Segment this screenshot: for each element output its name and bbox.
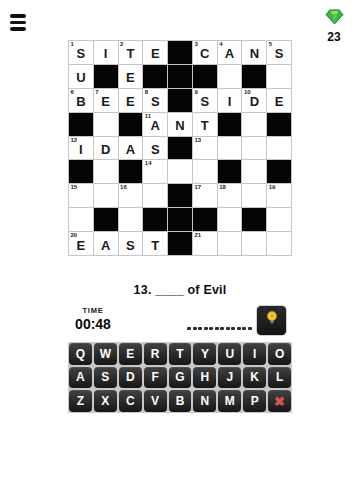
grid-cell[interactable]: U <box>69 65 93 88</box>
menu-bar <box>10 14 26 18</box>
cell-letter: T <box>126 43 134 61</box>
cell-letter: S <box>151 139 160 157</box>
key-U[interactable]: U <box>218 343 241 365</box>
grid-cell[interactable]: 20E <box>69 232 93 255</box>
cell-number: 8 <box>145 89 148 96</box>
grid-cell[interactable]: 21 <box>193 232 217 255</box>
answer-blank-dash <box>231 327 235 330</box>
key-R[interactable]: R <box>144 343 167 365</box>
grid-cell[interactable] <box>218 137 242 160</box>
answer-blank-dash <box>204 327 208 330</box>
grid-cell[interactable] <box>267 65 291 88</box>
answer-blank-dash <box>226 327 230 330</box>
grid-cell[interactable] <box>119 208 143 231</box>
grid-cell[interactable]: 19 <box>267 184 291 207</box>
answer-blank-dash <box>209 327 213 330</box>
cell-letter: S <box>126 235 135 253</box>
cell-number: 16 <box>120 184 127 191</box>
cell-letter: S <box>77 43 86 61</box>
grid-cell[interactable] <box>242 113 266 136</box>
key-E[interactable]: E <box>119 343 142 365</box>
key-L[interactable]: L <box>268 367 291 389</box>
cell-number: 6 <box>71 89 74 96</box>
grid-cell[interactable] <box>267 208 291 231</box>
cell-letter: I <box>79 139 83 157</box>
grid-cell[interactable]: 11A <box>143 113 167 136</box>
cell-letter: N <box>250 43 259 61</box>
cell-number: 21 <box>194 232 201 239</box>
black-cell <box>193 65 217 88</box>
grid-cell[interactable] <box>267 232 291 255</box>
cell-letter: E <box>101 91 110 109</box>
cell-number: 1 <box>71 41 74 48</box>
grid-cell[interactable]: A <box>94 232 118 255</box>
cell-letter: E <box>126 91 135 109</box>
cell-number: 20 <box>71 232 78 239</box>
black-cell <box>193 208 217 231</box>
cell-letter: T <box>151 235 159 253</box>
grid-cell[interactable]: 1S <box>69 41 93 64</box>
black-cell <box>168 137 192 160</box>
grid-cell[interactable]: E <box>119 89 143 112</box>
black-cell <box>94 65 118 88</box>
grid-cell[interactable]: I <box>218 89 242 112</box>
key-I[interactable]: I <box>243 343 266 365</box>
key-G[interactable]: G <box>169 367 192 389</box>
grid-cell[interactable]: 7E <box>94 89 118 112</box>
black-cell <box>69 160 93 183</box>
black-cell <box>143 208 167 231</box>
black-cell <box>168 208 192 231</box>
cell-letter: T <box>201 115 209 133</box>
cell-number: 11 <box>145 113 151 120</box>
grid-cell[interactable] <box>94 113 118 136</box>
key-B[interactable]: B <box>169 390 192 412</box>
grid-cell[interactable]: 10D <box>242 89 266 112</box>
cell-letter: N <box>175 115 184 133</box>
answer-blank-dash <box>248 327 252 330</box>
grid-cell[interactable]: E <box>119 65 143 88</box>
key-C[interactable]: C <box>119 390 142 412</box>
answer-blank-dash <box>187 327 191 330</box>
cell-letter: S <box>151 91 160 109</box>
cell-letter: D <box>101 139 110 157</box>
key-O[interactable]: O <box>268 343 291 365</box>
gem-count: 23 <box>314 30 354 44</box>
grid-cell[interactable]: 14 <box>143 160 167 183</box>
cell-letter: I <box>228 91 232 109</box>
cell-number: 4 <box>219 41 222 48</box>
grid-cell[interactable] <box>193 160 217 183</box>
cell-letter: E <box>126 67 135 85</box>
answer-blanks <box>187 327 252 330</box>
key-M[interactable]: M <box>218 390 241 412</box>
key-J[interactable]: J <box>218 367 241 389</box>
cell-letter: A <box>225 43 234 61</box>
grid-cell[interactable]: I <box>94 41 118 64</box>
answer-blank-dash <box>242 327 246 330</box>
grid-cell[interactable]: 18 <box>218 184 242 207</box>
key-K[interactable]: K <box>243 367 266 389</box>
time-value: 00:48 <box>66 316 120 332</box>
grid-cell[interactable] <box>168 160 192 183</box>
key-X[interactable]: X <box>94 390 117 412</box>
black-cell <box>168 89 192 112</box>
grid-cell[interactable] <box>94 160 118 183</box>
key-F[interactable]: F <box>144 367 167 389</box>
cell-letter: S <box>275 43 284 61</box>
key-Y[interactable]: Y <box>193 343 216 365</box>
lightbulb-icon <box>265 310 279 331</box>
cell-letter: B <box>76 91 85 109</box>
cell-number: 18 <box>219 184 226 191</box>
cell-number: 7 <box>95 89 98 96</box>
grid-cell[interactable]: S <box>119 232 143 255</box>
grid-cell[interactable]: 12I <box>69 137 93 160</box>
grid-cell[interactable] <box>242 137 266 160</box>
grid-cell[interactable]: 4A <box>218 41 242 64</box>
cell-number: 14 <box>145 160 152 167</box>
cell-letter: A <box>151 115 160 133</box>
crossword-app: 23 1SI2TE3C4AN5SUE6B7EE8S9SI10DE11ANT12I… <box>0 0 360 480</box>
key-V[interactable]: V <box>144 390 167 412</box>
black-cell <box>242 208 266 231</box>
crossword-grid[interactable]: 1SI2TE3C4AN5SUE6B7EE8S9SI10DE11ANT12IDAS… <box>68 40 292 256</box>
cell-number: 3 <box>194 41 197 48</box>
black-cell <box>168 65 192 88</box>
grid-cell[interactable] <box>242 160 266 183</box>
grid-cell[interactable] <box>242 232 266 255</box>
time-label: TIME <box>66 306 120 315</box>
answer-blank-dash <box>220 327 224 330</box>
grid-cell[interactable] <box>218 65 242 88</box>
cell-number: 19 <box>269 184 276 191</box>
black-cell <box>218 160 242 183</box>
cell-number: 15 <box>71 184 78 191</box>
menu-bar <box>10 21 26 25</box>
grid-cell[interactable]: E <box>267 89 291 112</box>
grid-cell[interactable]: N <box>168 113 192 136</box>
key-P[interactable]: P <box>243 390 266 412</box>
grid-cell[interactable]: D <box>94 137 118 160</box>
cell-letter: S <box>200 91 209 109</box>
grid-cell[interactable] <box>94 184 118 207</box>
cell-number: 9 <box>194 89 197 96</box>
grid-cell[interactable] <box>267 137 291 160</box>
black-cell <box>69 113 93 136</box>
cell-letter: I <box>104 43 108 61</box>
grid-cell[interactable]: T <box>143 232 167 255</box>
answer-blank-dash <box>237 327 241 330</box>
black-cell <box>119 160 143 183</box>
grid-cell[interactable]: T <box>193 113 217 136</box>
grid-cell[interactable]: 16 <box>119 184 143 207</box>
black-cell <box>119 113 143 136</box>
key-T[interactable]: T <box>169 343 192 365</box>
cell-number: 10 <box>244 89 251 96</box>
black-cell <box>242 65 266 88</box>
black-cell <box>218 113 242 136</box>
cell-number: 5 <box>269 41 272 48</box>
delete-key[interactable]: ✖ <box>268 390 291 412</box>
grid-cell[interactable] <box>218 208 242 231</box>
key-D[interactable]: D <box>119 367 142 389</box>
key-W[interactable]: W <box>94 343 117 365</box>
key-H[interactable]: H <box>193 367 216 389</box>
menu-icon[interactable] <box>10 14 27 34</box>
gem-counter[interactable]: 23 <box>314 9 354 44</box>
cell-number: 17 <box>194 184 201 191</box>
timer: TIME 00:48 <box>66 306 120 332</box>
gem-icon <box>325 11 344 28</box>
menu-bar <box>10 27 26 31</box>
cell-letter: A <box>101 235 110 253</box>
black-cell <box>143 65 167 88</box>
grid-cell[interactable] <box>69 208 93 231</box>
keyboard: QWERTYUIOASDFGHJKLZXCVBNMP✖ <box>68 342 292 413</box>
grid-cell[interactable]: 13 <box>193 137 217 160</box>
grid-cell[interactable]: 8S <box>143 89 167 112</box>
cell-letter: A <box>126 139 135 157</box>
grid-cell[interactable]: S <box>143 137 167 160</box>
cell-letter: E <box>151 43 160 61</box>
clue-text: 13. ____ of Evil <box>0 283 360 297</box>
key-A[interactable]: A <box>69 367 92 389</box>
answer-blank-dash <box>193 327 197 330</box>
grid-cell[interactable]: 2T <box>119 41 143 64</box>
key-Q[interactable]: Q <box>69 343 92 365</box>
hint-button[interactable] <box>256 305 287 336</box>
grid-cell[interactable]: E <box>143 41 167 64</box>
grid-cell[interactable]: N <box>242 41 266 64</box>
black-cell <box>168 232 192 255</box>
grid-cell[interactable]: 17 <box>193 184 217 207</box>
black-cell <box>168 41 192 64</box>
cell-letter: C <box>200 43 209 61</box>
cell-letter: D <box>250 91 259 109</box>
cell-letter: U <box>76 67 85 85</box>
grid-cell[interactable]: A <box>119 137 143 160</box>
grid-cell[interactable] <box>242 184 266 207</box>
grid-cell[interactable]: 9S <box>193 89 217 112</box>
grid-cell[interactable] <box>218 232 242 255</box>
cell-letter: E <box>275 91 284 109</box>
cell-number: 12 <box>71 137 78 144</box>
answer-blank-dash <box>198 327 202 330</box>
black-cell <box>267 160 291 183</box>
black-cell <box>168 184 192 207</box>
key-N[interactable]: N <box>193 390 216 412</box>
key-Z[interactable]: Z <box>69 390 92 412</box>
grid-cell[interactable]: 6B <box>69 89 93 112</box>
grid-cell[interactable]: 3C <box>193 41 217 64</box>
grid-cell[interactable]: 5S <box>267 41 291 64</box>
grid-cell[interactable] <box>143 184 167 207</box>
cell-number: 2 <box>120 41 123 48</box>
black-cell <box>94 208 118 231</box>
cell-number: 13 <box>194 137 201 144</box>
grid-cell[interactable]: 15 <box>69 184 93 207</box>
answer-blank-dash <box>215 327 219 330</box>
cell-letter: E <box>77 235 86 253</box>
key-S[interactable]: S <box>94 367 117 389</box>
black-cell <box>267 113 291 136</box>
